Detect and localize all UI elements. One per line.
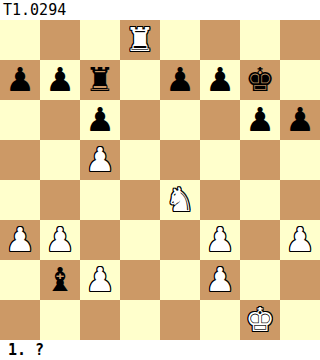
square-b7[interactable]: ♟ bbox=[40, 60, 80, 100]
white-knight-piece: ♞ bbox=[165, 180, 195, 220]
square-h6[interactable]: ♟ bbox=[280, 100, 320, 140]
square-e7[interactable]: ♟ bbox=[160, 60, 200, 100]
square-b5[interactable] bbox=[40, 140, 80, 180]
black-pawn-piece: ♟ bbox=[45, 60, 75, 100]
square-d4[interactable] bbox=[120, 180, 160, 220]
puzzle-id-title: T1.0294 bbox=[3, 1, 66, 19]
square-e5[interactable] bbox=[160, 140, 200, 180]
white-pawn-piece: ♟ bbox=[205, 220, 235, 260]
square-h1[interactable] bbox=[280, 300, 320, 340]
square-c7[interactable]: ♜ bbox=[80, 60, 120, 100]
square-f8[interactable] bbox=[200, 20, 240, 60]
square-d8[interactable]: ♜ bbox=[120, 20, 160, 60]
white-pawn-piece: ♟ bbox=[5, 220, 35, 260]
square-f4[interactable] bbox=[200, 180, 240, 220]
black-pawn-piece: ♟ bbox=[5, 60, 35, 100]
square-a8[interactable] bbox=[0, 20, 40, 60]
square-a2[interactable] bbox=[0, 260, 40, 300]
white-rook-piece: ♜ bbox=[125, 20, 155, 60]
chess-board: ♜♟♟♜♟♟♚♟♟♟♟♞♟♟♟♟♝♟♟♚ bbox=[0, 20, 320, 340]
square-g2[interactable] bbox=[240, 260, 280, 300]
square-b3[interactable]: ♟ bbox=[40, 220, 80, 260]
white-pawn-piece: ♟ bbox=[85, 140, 115, 180]
square-a7[interactable]: ♟ bbox=[0, 60, 40, 100]
square-c8[interactable] bbox=[80, 20, 120, 60]
square-a6[interactable] bbox=[0, 100, 40, 140]
square-e8[interactable] bbox=[160, 20, 200, 60]
square-f2[interactable]: ♟ bbox=[200, 260, 240, 300]
black-pawn-piece: ♟ bbox=[205, 60, 235, 100]
white-pawn-piece: ♟ bbox=[85, 260, 115, 300]
square-h7[interactable] bbox=[280, 60, 320, 100]
square-a1[interactable] bbox=[0, 300, 40, 340]
square-c2[interactable]: ♟ bbox=[80, 260, 120, 300]
square-f7[interactable]: ♟ bbox=[200, 60, 240, 100]
black-pawn-piece: ♟ bbox=[285, 100, 315, 140]
square-e4[interactable]: ♞ bbox=[160, 180, 200, 220]
square-f5[interactable] bbox=[200, 140, 240, 180]
square-d5[interactable] bbox=[120, 140, 160, 180]
white-king-piece: ♚ bbox=[245, 300, 275, 340]
white-pawn-piece: ♟ bbox=[205, 260, 235, 300]
black-pawn-piece: ♟ bbox=[85, 100, 115, 140]
square-e6[interactable] bbox=[160, 100, 200, 140]
black-rook-piece: ♜ bbox=[85, 60, 115, 100]
white-pawn-piece: ♟ bbox=[45, 220, 75, 260]
square-g4[interactable] bbox=[240, 180, 280, 220]
square-d3[interactable] bbox=[120, 220, 160, 260]
square-e1[interactable] bbox=[160, 300, 200, 340]
square-d2[interactable] bbox=[120, 260, 160, 300]
square-e3[interactable] bbox=[160, 220, 200, 260]
square-h8[interactable] bbox=[280, 20, 320, 60]
square-a5[interactable] bbox=[0, 140, 40, 180]
square-g5[interactable] bbox=[240, 140, 280, 180]
square-c5[interactable]: ♟ bbox=[80, 140, 120, 180]
square-f1[interactable] bbox=[200, 300, 240, 340]
white-pawn-piece: ♟ bbox=[285, 220, 315, 260]
square-f3[interactable]: ♟ bbox=[200, 220, 240, 260]
move-prompt: 1. ? bbox=[8, 341, 44, 359]
square-h4[interactable] bbox=[280, 180, 320, 220]
black-pawn-piece: ♟ bbox=[245, 100, 275, 140]
square-d7[interactable] bbox=[120, 60, 160, 100]
square-c4[interactable] bbox=[80, 180, 120, 220]
square-c1[interactable] bbox=[80, 300, 120, 340]
square-b2[interactable]: ♝ bbox=[40, 260, 80, 300]
square-d6[interactable] bbox=[120, 100, 160, 140]
square-g8[interactable] bbox=[240, 20, 280, 60]
square-g1[interactable]: ♚ bbox=[240, 300, 280, 340]
square-f6[interactable] bbox=[200, 100, 240, 140]
square-b4[interactable] bbox=[40, 180, 80, 220]
square-a4[interactable] bbox=[0, 180, 40, 220]
black-pawn-piece: ♟ bbox=[165, 60, 195, 100]
black-king-piece: ♚ bbox=[245, 60, 275, 100]
square-b8[interactable] bbox=[40, 20, 80, 60]
square-h5[interactable] bbox=[280, 140, 320, 180]
square-b1[interactable] bbox=[40, 300, 80, 340]
square-g6[interactable]: ♟ bbox=[240, 100, 280, 140]
square-c6[interactable]: ♟ bbox=[80, 100, 120, 140]
square-g7[interactable]: ♚ bbox=[240, 60, 280, 100]
square-h2[interactable] bbox=[280, 260, 320, 300]
square-a3[interactable]: ♟ bbox=[0, 220, 40, 260]
square-d1[interactable] bbox=[120, 300, 160, 340]
black-bishop-piece: ♝ bbox=[45, 260, 75, 300]
square-b6[interactable] bbox=[40, 100, 80, 140]
square-e2[interactable] bbox=[160, 260, 200, 300]
square-g3[interactable] bbox=[240, 220, 280, 260]
square-h3[interactable]: ♟ bbox=[280, 220, 320, 260]
square-c3[interactable] bbox=[80, 220, 120, 260]
